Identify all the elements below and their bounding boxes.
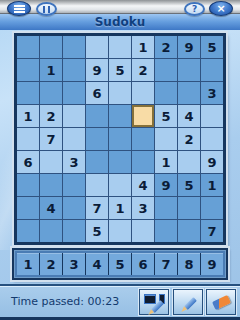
sudoku-cell[interactable]: 5 xyxy=(155,105,177,127)
sudoku-cell[interactable] xyxy=(63,36,85,58)
numpad-key-7[interactable]: 7 xyxy=(155,253,177,275)
sudoku-cell[interactable] xyxy=(63,105,85,127)
sudoku-cell[interactable] xyxy=(17,36,39,58)
title-bar: Sudoku xyxy=(0,14,240,30)
sudoku-cell[interactable] xyxy=(178,151,200,173)
hamburger-icon xyxy=(14,5,25,13)
sudoku-cell[interactable] xyxy=(63,220,85,242)
sudoku-cell[interactable] xyxy=(155,197,177,219)
pause-button[interactable] xyxy=(36,2,57,16)
sudoku-cell[interactable] xyxy=(109,128,131,150)
sudoku-cell[interactable] xyxy=(86,174,108,196)
sudoku-cell[interactable] xyxy=(63,197,85,219)
pencil-button[interactable] xyxy=(173,289,203,315)
sudoku-cell[interactable] xyxy=(132,82,154,104)
sudoku-cell[interactable] xyxy=(155,82,177,104)
question-icon: ? xyxy=(186,4,203,14)
sudoku-cell[interactable] xyxy=(17,197,39,219)
pencil-icon xyxy=(184,297,197,310)
screen-icon xyxy=(144,294,156,304)
number-pad-row: 123456789 xyxy=(17,253,223,275)
sudoku-cell[interactable] xyxy=(40,82,62,104)
sudoku-cell[interactable] xyxy=(201,105,223,127)
eraser-icon xyxy=(212,295,231,310)
sudoku-cell[interactable]: 7 xyxy=(40,128,62,150)
sudoku-cell[interactable] xyxy=(86,151,108,173)
numpad-key-5[interactable]: 5 xyxy=(109,253,131,275)
sudoku-cell[interactable]: 6 xyxy=(17,151,39,173)
sudoku-cell[interactable] xyxy=(40,36,62,58)
sudoku-cell[interactable] xyxy=(63,82,85,104)
sudoku-cell[interactable] xyxy=(17,82,39,104)
sudoku-cell[interactable] xyxy=(201,128,223,150)
sudoku-cell[interactable]: 3 xyxy=(63,151,85,173)
sudoku-cell[interactable]: 7 xyxy=(201,220,223,242)
sudoku-cell[interactable]: 3 xyxy=(132,197,154,219)
sudoku-cell[interactable] xyxy=(155,128,177,150)
eraser-button[interactable] xyxy=(206,289,236,315)
sudoku-cell[interactable]: 4 xyxy=(40,197,62,219)
sudoku-board-frame: 129519526312547263194951471357 xyxy=(14,33,226,245)
sudoku-cell[interactable] xyxy=(132,220,154,242)
sudoku-cell[interactable] xyxy=(201,197,223,219)
help-button[interactable]: ? xyxy=(184,2,205,16)
sudoku-cell[interactable] xyxy=(40,151,62,173)
sudoku-cell[interactable] xyxy=(86,36,108,58)
sudoku-cell[interactable]: 5 xyxy=(109,59,131,81)
numpad-key-6[interactable]: 6 xyxy=(132,253,154,275)
sudoku-cell[interactable]: 1 xyxy=(109,197,131,219)
time-passed-label: Time passed: 00:23 xyxy=(11,295,119,308)
sudoku-cell[interactable]: 4 xyxy=(178,105,200,127)
sudoku-cell[interactable]: 9 xyxy=(155,174,177,196)
sudoku-cell[interactable]: 5 xyxy=(201,36,223,58)
close-button[interactable]: × xyxy=(209,1,233,16)
sudoku-cell[interactable]: 2 xyxy=(155,36,177,58)
sudoku-cell[interactable]: 4 xyxy=(132,174,154,196)
sudoku-cell[interactable]: 1 xyxy=(155,151,177,173)
sudoku-cell[interactable] xyxy=(109,82,131,104)
sudoku-cell[interactable] xyxy=(132,128,154,150)
numpad-key-1[interactable]: 1 xyxy=(17,253,39,275)
sudoku-cell[interactable] xyxy=(40,174,62,196)
sudoku-cell[interactable]: 7 xyxy=(86,197,108,219)
sudoku-cell[interactable] xyxy=(109,36,131,58)
sudoku-cell[interactable]: 5 xyxy=(178,174,200,196)
sudoku-cell[interactable] xyxy=(86,105,108,127)
sudoku-cell[interactable]: 3 xyxy=(201,82,223,104)
sudoku-cell[interactable] xyxy=(201,59,223,81)
numpad-key-8[interactable]: 8 xyxy=(178,253,200,275)
sudoku-cell[interactable]: 9 xyxy=(86,59,108,81)
pencil-marks-button[interactable] xyxy=(139,289,169,315)
sudoku-cell[interactable] xyxy=(40,220,62,242)
sudoku-cell[interactable]: 1 xyxy=(40,59,62,81)
sudoku-cell[interactable] xyxy=(178,220,200,242)
sudoku-app-window: ? × Sudoku 12951952631254726319495147135… xyxy=(0,0,240,320)
sudoku-cell[interactable]: 1 xyxy=(201,174,223,196)
sudoku-cell[interactable]: 1 xyxy=(132,36,154,58)
page-title: Sudoku xyxy=(0,14,240,30)
sudoku-grid: 129519526312547263194951471357 xyxy=(17,36,223,242)
sudoku-cell[interactable]: 2 xyxy=(40,105,62,127)
status-bar: Time passed: 00:23 xyxy=(0,284,240,320)
sudoku-cell[interactable] xyxy=(109,220,131,242)
sudoku-cell[interactable] xyxy=(109,105,131,127)
numpad-key-4[interactable]: 4 xyxy=(86,253,108,275)
numpad-key-9[interactable]: 9 xyxy=(201,253,223,275)
numpad-key-3[interactable]: 3 xyxy=(63,253,85,275)
menu-button[interactable] xyxy=(7,1,31,16)
sudoku-cell[interactable] xyxy=(17,174,39,196)
sudoku-cell[interactable]: 5 xyxy=(86,220,108,242)
sudoku-cell[interactable]: 9 xyxy=(201,151,223,173)
sudoku-cell[interactable]: 9 xyxy=(178,36,200,58)
sudoku-cell[interactable] xyxy=(17,220,39,242)
sudoku-cell[interactable]: 6 xyxy=(86,82,108,104)
sudoku-cell[interactable] xyxy=(63,59,85,81)
sudoku-cell-selected[interactable] xyxy=(132,105,154,127)
pause-icon xyxy=(43,6,50,13)
sudoku-cell[interactable] xyxy=(178,59,200,81)
close-icon: × xyxy=(210,2,232,15)
sudoku-cell[interactable]: 2 xyxy=(178,128,200,150)
sudoku-cell[interactable]: 2 xyxy=(132,59,154,81)
sudoku-cell[interactable] xyxy=(17,128,39,150)
sudoku-cell[interactable] xyxy=(155,59,177,81)
top-chrome-bar: ? × xyxy=(0,0,240,14)
sudoku-cell[interactable] xyxy=(63,128,85,150)
sudoku-cell[interactable]: 1 xyxy=(17,105,39,127)
number-pad: 123456789 xyxy=(12,248,228,280)
sudoku-cell[interactable] xyxy=(63,174,85,196)
sudoku-cell[interactable] xyxy=(109,174,131,196)
sudoku-cell[interactable] xyxy=(178,197,200,219)
sudoku-cell[interactable] xyxy=(109,151,131,173)
sudoku-cell[interactable] xyxy=(86,128,108,150)
sudoku-cell[interactable] xyxy=(178,82,200,104)
sudoku-cell[interactable] xyxy=(17,59,39,81)
sudoku-cell[interactable] xyxy=(155,220,177,242)
sudoku-cell[interactable] xyxy=(132,151,154,173)
numpad-key-2[interactable]: 2 xyxy=(40,253,62,275)
